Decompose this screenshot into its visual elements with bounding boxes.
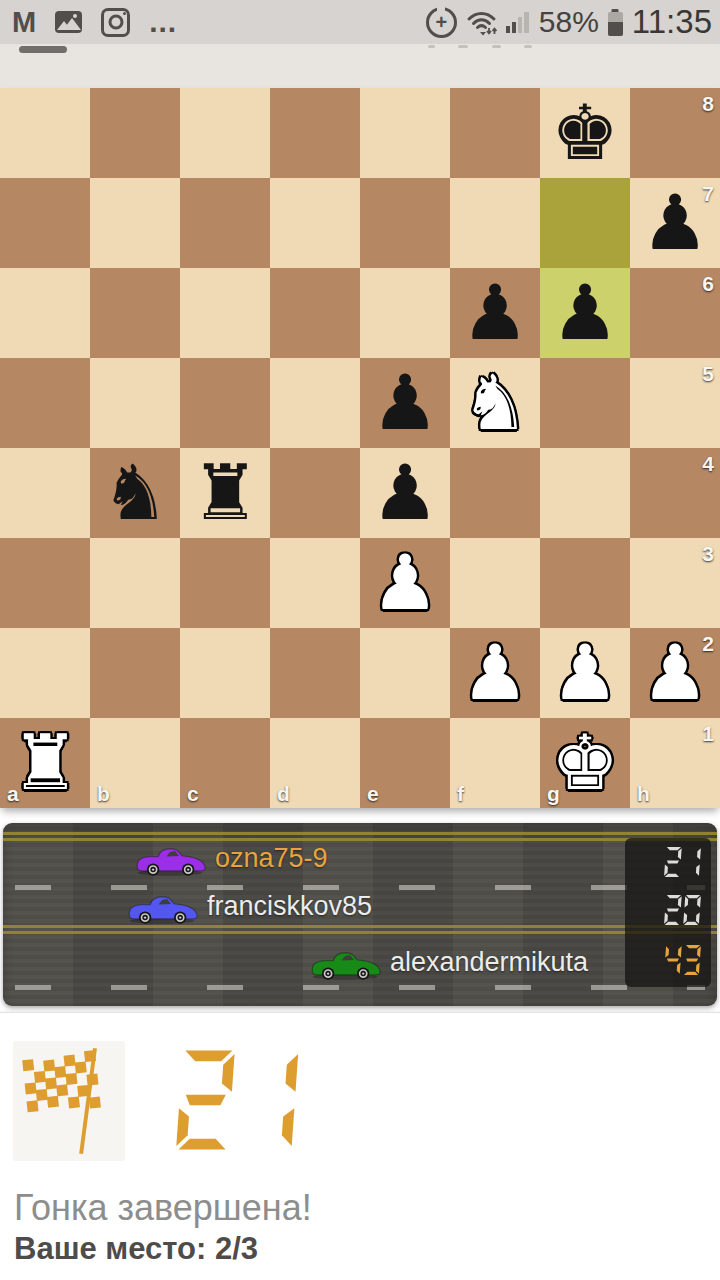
square-c8[interactable] [180,88,270,178]
square-a5[interactable] [0,358,90,448]
square-a8[interactable] [0,88,90,178]
page-top-strip [0,44,720,88]
race-car-icon [131,840,209,877]
square-g3[interactable] [540,538,630,628]
square-b3[interactable] [90,538,180,628]
rank-label: 7 [702,182,714,206]
square-e7[interactable] [360,178,450,268]
square-b6[interactable] [90,268,180,358]
file-label: c [187,782,199,806]
instagram-icon [101,8,130,37]
race-car-icon [123,888,201,925]
race-car-alexandermikuta [306,944,384,985]
square-g2[interactable]: ♟ [540,628,630,718]
square-a6[interactable] [0,268,90,358]
square-b2[interactable] [90,628,180,718]
square-d8[interactable] [270,88,360,178]
black-rook[interactable]: ♜ [180,448,270,538]
black-pawn[interactable]: ♟ [360,448,450,538]
square-g7[interactable] [540,178,630,268]
square-c6[interactable] [180,268,270,358]
gallery-icon [55,11,82,33]
file-label: d [277,782,290,806]
square-b4[interactable]: ♞ [90,448,180,538]
white-knight[interactable]: ♞ [450,358,540,448]
data-saver-icon: + [426,7,457,38]
black-pawn[interactable]: ♟ [450,268,540,358]
square-f8[interactable] [450,88,540,178]
square-d2[interactable] [270,628,360,718]
black-knight[interactable]: ♞ [90,448,180,538]
gmail-icon: M [12,8,36,37]
square-c4[interactable]: ♜ [180,448,270,538]
square-g4[interactable] [540,448,630,538]
road-yellow-line [3,931,717,934]
square-g5[interactable] [540,358,630,448]
square-e8[interactable] [360,88,450,178]
square-g6[interactable]: ♟ [540,268,630,358]
wifi-icon [466,8,497,36]
finish-flag-icon [13,1041,125,1161]
battery-percent: 58% [539,5,599,39]
race-car-franciskkov85 [123,888,201,929]
player-name: franciskkov85 [207,891,372,921]
square-e5[interactable]: ♟ [360,358,450,448]
player-score [662,846,703,878]
square-e3[interactable]: ♟ [360,538,450,628]
rank-label: 1 [702,722,714,746]
race-score-panel [625,838,711,987]
signal-icon [506,11,530,34]
chess-board[interactable]: ♚8♟7♟♟6♟♞5♞♜♟4♟3♟♟♟2♜♚1abcdefgh [0,88,720,808]
road-dash-line [15,985,705,990]
file-label: f [457,782,464,806]
road-yellow-line [3,838,717,841]
square-c7[interactable] [180,178,270,268]
square-d3[interactable] [270,538,360,628]
your-place-text: Ваше место: 2/3 [14,1231,258,1267]
clipped-content [492,45,501,48]
rank-label: 4 [702,452,714,476]
clock: 11:35 [632,3,712,41]
road-yellow-line [3,925,717,928]
road-yellow-line [3,832,717,835]
rank-label: 2 [702,632,714,656]
rank-label: 6 [702,272,714,296]
file-label: b [97,782,110,806]
battery-icon [608,9,623,36]
file-label: g [547,782,560,806]
white-pawn[interactable]: ♟ [540,628,630,718]
race-car-icon [306,944,384,981]
square-f6[interactable]: ♟ [450,268,540,358]
square-a4[interactable] [0,448,90,538]
road-dash-line [15,885,705,890]
square-f3[interactable] [450,538,540,628]
black-pawn[interactable]: ♟ [360,358,450,448]
white-pawn[interactable]: ♟ [360,538,450,628]
clipped-content [524,45,532,48]
square-f2[interactable]: ♟ [450,628,540,718]
file-label: h [637,782,650,806]
square-e2[interactable] [360,628,450,718]
rank-label: 5 [702,362,714,386]
square-f5[interactable]: ♞ [450,358,540,448]
status-bar: M ... + 58% 11:35 [0,0,720,44]
final-score [172,1047,307,1153]
rank-label: 3 [702,542,714,566]
race-result-card: Гонка завершена! Ваше место: 2/3 [0,1012,720,1280]
square-b5[interactable] [90,358,180,448]
square-b8[interactable] [90,88,180,178]
square-c2[interactable] [180,628,270,718]
square-c3[interactable] [180,538,270,628]
race-finished-text: Гонка завершена! [14,1187,312,1229]
more-notifications-icon: ... [149,16,177,28]
file-label: e [367,782,379,806]
final-score-digits [172,1047,307,1153]
clipped-content [428,45,435,48]
square-f7[interactable] [450,178,540,268]
square-d6[interactable] [270,268,360,358]
square-a7[interactable] [0,178,90,268]
square-e4[interactable]: ♟ [360,448,450,538]
drag-handle [19,46,67,53]
square-b7[interactable] [90,178,180,268]
white-pawn[interactable]: ♟ [450,628,540,718]
black-king[interactable]: ♚ [540,88,630,178]
square-c5[interactable] [180,358,270,448]
square-e6[interactable] [360,268,450,358]
file-label: a [7,782,19,806]
race-widget: ozna75-9franciskkov85alexandermikuta [3,823,717,1006]
square-d4[interactable] [270,448,360,538]
rank-label: 8 [702,92,714,116]
player-score [662,894,703,926]
square-a3[interactable] [0,538,90,628]
black-pawn[interactable]: ♟ [540,268,630,358]
square-d5[interactable] [270,358,360,448]
player-name: ozna75-9 [215,843,328,873]
phone-screen: M ... + 58% 11:35 [0,0,720,1280]
clipped-content [458,45,468,48]
square-g8[interactable]: ♚ [540,88,630,178]
race-car-ozna75-9 [131,840,209,881]
player-score [662,944,703,976]
square-a2[interactable] [0,628,90,718]
player-score-slot [662,894,703,926]
square-d7[interactable] [270,178,360,268]
player-score-slot [662,944,703,976]
square-f4[interactable] [450,448,540,538]
player-name: alexandermikuta [390,947,588,977]
player-score-slot [662,846,703,878]
